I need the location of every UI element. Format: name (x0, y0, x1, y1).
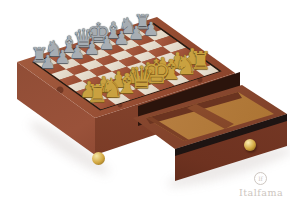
gold-ball-foot (92, 152, 105, 165)
product-photo-stage: ♜♞♝♛♚♝♞♜♟♟♟♟♟♟♟♟♟♟♟♟♟♟♟♟♜♞♝♛♚♝♞♜ If Ital… (0, 0, 290, 217)
watermark: If Italfama (233, 172, 289, 206)
italfama-logo-icon: If (254, 172, 267, 185)
drawer-knob (244, 139, 256, 151)
watermark-text: Italfama (233, 187, 289, 198)
